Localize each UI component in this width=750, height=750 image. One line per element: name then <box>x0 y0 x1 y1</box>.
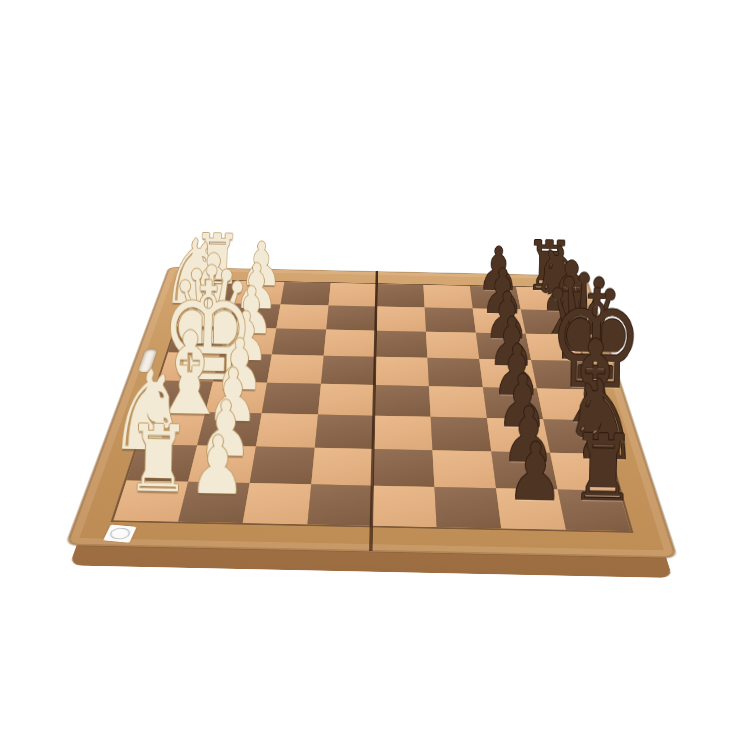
piece-black-pawn[interactable]: ♟ <box>506 432 557 513</box>
piece-white-rook[interactable]: ♜ <box>125 413 176 506</box>
folding-chess-board: ♜♞♝♛♚♝♞♜♟♟♟♟♟♟♟♟♜♞♝♛♚♝♞♜♟♟♟♟♟♟♟♟ <box>66 267 678 558</box>
piece-layer: ♜♞♝♛♚♝♞♜♟♟♟♟♟♟♟♟♜♞♝♛♚♝♞♜♟♟♟♟♟♟♟♟ <box>114 280 631 531</box>
piece-black-rook[interactable]: ♜ <box>570 422 621 515</box>
board-hinge-seam <box>369 271 378 551</box>
board-frame: ♜♞♝♛♚♝♞♜♟♟♟♟♟♟♟♟♜♞♝♛♚♝♞♜♟♟♟♟♟♟♟♟ <box>66 267 678 558</box>
brand-sticker <box>103 525 137 543</box>
piece-white-pawn[interactable]: ♟ <box>189 426 240 507</box>
product-photo-scene: ♜♞♝♛♚♝♞♜♟♟♟♟♟♟♟♟♜♞♝♛♚♝♞♜♟♟♟♟♟♟♟♟ <box>0 0 750 750</box>
